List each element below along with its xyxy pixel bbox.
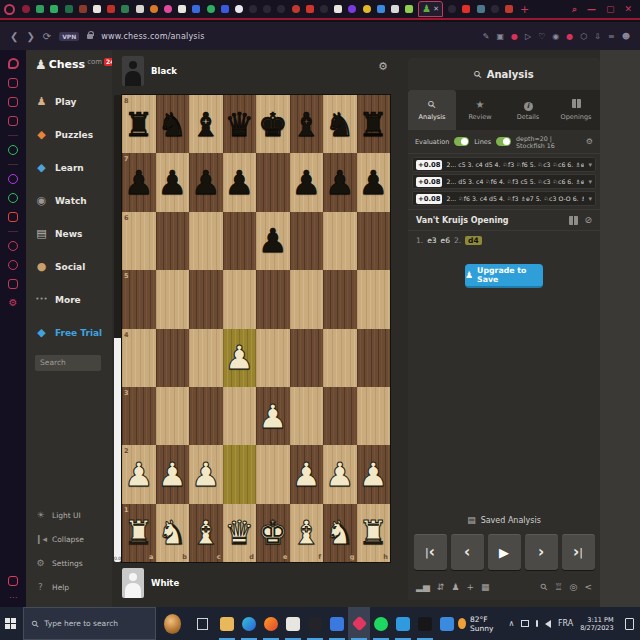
engine-line[interactable]: +0.082... c5 3. c4 d5 4. ♘f3 ♘f6 5. ♘c3 … — [412, 157, 596, 172]
sidebar-item-label: Watch — [55, 196, 87, 206]
language-indicator[interactable]: FRA — [558, 619, 573, 628]
page-right-margin — [600, 50, 640, 607]
sidebar-menu: ♟Play◆Puzzles◆Learn◉Watch▤News●Social•••… — [35, 85, 112, 349]
tab-search-icon[interactable]: ⌕ — [572, 4, 577, 15]
chevron-down-icon[interactable]: ▾ — [588, 195, 592, 203]
move-d4[interactable]: d4 — [465, 236, 482, 245]
flip-icon[interactable]: ⇵ — [437, 583, 445, 592]
board-square-c4[interactable] — [189, 329, 223, 387]
addressbar-icon[interactable]: ☻ — [622, 32, 630, 41]
board-square-f6[interactable] — [290, 212, 324, 270]
board-square-a7[interactable]: 7♟ — [122, 153, 156, 211]
addressbar-icon[interactable]: ✎ — [483, 32, 490, 41]
add-icon[interactable]: + — [466, 583, 474, 592]
black-knight-g8: ♞ — [325, 108, 355, 141]
address-bar: ❮ ❯ ⟳ VPN www.chess.com/analysis ✎▣●▷♡◉●… — [0, 22, 640, 50]
sidebar-item-play[interactable]: ♟Play — [35, 85, 112, 118]
engine-info: depth=20 | Stockfish 16⚙ — [516, 135, 593, 149]
board-square-f1[interactable]: f♝ — [290, 504, 324, 562]
taskbar-app-phone[interactable] — [304, 607, 326, 640]
pinned-tab[interactable] — [491, 5, 499, 13]
next-move-button[interactable]: › — [525, 534, 558, 570]
pinned-tab[interactable] — [121, 5, 129, 13]
maximize-button[interactable]: ▢ — [606, 4, 615, 14]
library-icon[interactable]: ♖ — [555, 583, 563, 592]
board-square-g3[interactable] — [323, 387, 357, 445]
board-square-h8[interactable]: ♜ — [357, 95, 391, 153]
pinned-tab[interactable] — [79, 5, 87, 13]
board-square-h7[interactable]: ♟ — [357, 153, 391, 211]
tab-details[interactable]: iDetails — [504, 90, 552, 130]
rank-label: 3 — [124, 389, 129, 397]
evaluation-value: 0.0 — [114, 556, 121, 561]
board-square-b8[interactable]: ♞ — [156, 95, 190, 153]
taskbar-app-spotify[interactable] — [370, 607, 392, 640]
task-view-button[interactable] — [197, 618, 208, 630]
addressbar-icon[interactable]: ⬡ — [580, 32, 587, 41]
sidebar-item-news[interactable]: ▤News — [35, 217, 112, 250]
player-top-row: Black — [122, 56, 177, 86]
board-square-g5[interactable] — [323, 270, 357, 328]
pinned-tab[interactable] — [348, 5, 356, 13]
upgrade-to-save-button[interactable]: ♟ Upgrade to Save — [465, 264, 543, 288]
black-rook-h8: ♜ — [358, 108, 388, 141]
board-square-f4[interactable] — [290, 329, 324, 387]
tab-analysis[interactable]: ⚲Analysis — [408, 90, 456, 130]
sidebar-item-watch[interactable]: ◉Watch — [35, 184, 112, 217]
board-square-b5[interactable] — [156, 270, 190, 328]
setup-icon[interactable]: ▦ — [481, 583, 490, 592]
line-moves: 2... ♘f6 3. c4 d5 4. ♘f3 ♗e7 5. ♘c3 O-O … — [446, 195, 584, 202]
board-square-g2[interactable]: ♟ — [323, 445, 357, 503]
phone-icon — [308, 617, 322, 631]
file-label: a — [149, 553, 153, 561]
sidebar-footer-collapse[interactable]: ❙◂Collapse — [35, 527, 112, 551]
board-square-f7[interactable]: ♟ — [290, 153, 324, 211]
browser-tab-strip: ♟ ✕ + ⌕—▢✕ — [0, 0, 640, 20]
rail-app-icon[interactable] — [8, 212, 18, 222]
addressbar-icon[interactable]: ● — [566, 32, 573, 41]
vscode-icon — [396, 617, 410, 631]
board-square-d8[interactable]: ♛ — [223, 95, 257, 153]
firefox-icon — [264, 617, 278, 631]
taskbar-app-security[interactable] — [436, 607, 458, 640]
board-square-g7[interactable]: ♟ — [323, 153, 357, 211]
rail-app-icon[interactable] — [8, 97, 18, 107]
footer-item-label: Light UI — [52, 511, 81, 520]
pinned-tab[interactable] — [363, 5, 371, 13]
saved-analysis-icon: ▤ — [467, 515, 476, 525]
board-square-e6[interactable]: ♟ — [256, 212, 290, 270]
addressbar-icon[interactable]: ◉ — [552, 32, 559, 41]
addressbar-icon[interactable]: ♡ — [538, 32, 545, 41]
pinned-tab[interactable] — [391, 5, 399, 13]
pinned-tab[interactable] — [448, 5, 456, 13]
saved-analysis-row[interactable]: ▤ Saved Analysis — [408, 510, 600, 530]
opening-row[interactable]: Van't Kruijs Opening ⊘ — [408, 209, 600, 231]
pinned-tab[interactable] — [505, 5, 513, 13]
cortana-icon[interactable] — [164, 614, 181, 634]
rail-app-icon[interactable] — [8, 576, 18, 586]
pinned-tab[interactable] — [22, 5, 30, 13]
board-square-e8[interactable]: ♚ — [256, 95, 290, 153]
board-square-b7[interactable]: ♟ — [156, 153, 190, 211]
taskbar-app-firefox[interactable] — [260, 607, 282, 640]
tab-close-icon[interactable]: ✕ — [433, 5, 439, 13]
rank-label: 5 — [124, 272, 129, 280]
pinned-tab[interactable] — [306, 5, 314, 13]
move-e3[interactable]: e3 — [427, 236, 436, 245]
opera-gx-icon — [351, 616, 367, 632]
rail-app-icon[interactable] — [8, 116, 18, 126]
board-square-h4[interactable] — [357, 329, 391, 387]
tab-label: Details — [517, 113, 540, 121]
rail-app-icon[interactable] — [8, 58, 19, 69]
board-square-d6[interactable] — [223, 212, 257, 270]
board-square-a1[interactable]: 1a♜ — [122, 504, 156, 562]
close-button[interactable]: ✕ — [624, 4, 632, 14]
addressbar-icon[interactable]: ▷ — [525, 32, 531, 41]
sidebar-item-label: Social — [55, 262, 85, 272]
board-square-d4[interactable]: ♟ — [223, 329, 257, 387]
lock-icon — [87, 34, 93, 39]
line-moves: 2... d5 3. c4 ♘f6 4. ♘f3 c5 5. ♘c3 ♘c6 6… — [446, 178, 584, 185]
line-eval-badge: +0.08 — [416, 177, 442, 187]
board-square-a3[interactable]: 3 — [122, 387, 156, 445]
sidebar-footer-light-ui[interactable]: ☀Light UI — [35, 503, 112, 527]
engine-line[interactable]: +0.082... ♘f6 3. c4 d5 4. ♘f3 ♗e7 5. ♘c3… — [412, 191, 596, 206]
black-player-avatar[interactable] — [122, 56, 144, 86]
board-square-h3[interactable] — [357, 387, 391, 445]
board-square-f2[interactable]: ♟ — [290, 445, 324, 503]
pinned-tab[interactable] — [192, 5, 200, 13]
board-square-h5[interactable] — [357, 270, 391, 328]
explorer-icon — [220, 617, 234, 631]
board-settings-gear-icon[interactable]: ⚙ — [378, 60, 388, 73]
analysis-magnifier-icon: ⚲ — [472, 68, 485, 81]
board-square-e7[interactable] — [256, 153, 290, 211]
chevron-down-icon[interactable]: ▾ — [588, 178, 592, 186]
white-pawn-g2: ♟ — [325, 458, 355, 491]
pinned-tab[interactable] — [136, 5, 144, 13]
back-icon[interactable]: ❮ — [10, 31, 18, 42]
pinned-tab[interactable] — [405, 5, 413, 13]
pinned-tab[interactable] — [334, 5, 342, 13]
engine-settings-gear-icon[interactable]: ⚙ — [586, 137, 593, 146]
board-square-d1[interactable]: d♛ — [223, 504, 257, 562]
white-pawn-e3: ♟ — [258, 400, 288, 433]
chesscom-sidebar: ♟ Chess com 24 ♟Play◆Puzzles◆Learn◉Watch… — [26, 50, 112, 607]
move-e6[interactable]: e6 — [441, 236, 450, 245]
pinned-tab[interactable] — [249, 5, 257, 13]
settings-icon: ⚙ — [35, 558, 46, 568]
board-square-g4[interactable] — [323, 329, 357, 387]
no-symbol-icon[interactable]: ⊘ — [584, 215, 592, 225]
pinned-tab[interactable] — [164, 5, 172, 13]
search-placeholder: Type here to search — [44, 619, 118, 628]
file-label: c — [217, 553, 221, 561]
white-pawn-h2: ♟ — [358, 458, 388, 491]
sidebar-item-label: More — [55, 295, 81, 305]
rail-settings-icon[interactable]: ⚙ — [9, 298, 18, 308]
taskbar-app-opera-gx[interactable] — [348, 607, 370, 640]
pinned-tab[interactable] — [292, 5, 300, 13]
move-navigation: |‹‹▶››| — [408, 530, 600, 574]
board-square-g6[interactable] — [323, 212, 357, 270]
black-pawn-h7: ♟ — [358, 166, 388, 199]
board-square-g8[interactable]: ♞ — [323, 95, 357, 153]
pieces-icon[interactable]: ♟ — [451, 583, 459, 592]
pinned-tab[interactable] — [36, 5, 44, 13]
taskbar-app-explorer[interactable] — [216, 607, 238, 640]
taskbar-app-edge[interactable] — [238, 607, 260, 640]
sidebar-item-more[interactable]: •••More — [35, 283, 112, 316]
board-square-h6[interactable] — [357, 212, 391, 270]
taskbar-search[interactable]: ⚲ Type here to search — [23, 607, 156, 640]
chesscom-logo[interactable]: ♟ Chess com 24 — [35, 58, 112, 71]
pinned-tab[interactable] — [178, 5, 186, 13]
board-square-h2[interactable]: ♟ — [357, 445, 391, 503]
evaluation-toggle[interactable] — [454, 137, 469, 146]
opera-gx-sidebar: ⚙⋯ — [0, 50, 26, 607]
white-bishop-f1: ♝ — [291, 516, 321, 549]
weather-text: 82°F Sunny — [470, 615, 502, 633]
sidebar-footer-settings[interactable]: ⚙Settings — [35, 551, 112, 575]
rail-app-icon[interactable] — [8, 279, 18, 289]
opening-icons: ⊘ — [569, 215, 592, 225]
upgrade-area: ♟ Upgrade to Save — [408, 247, 600, 305]
pinned-tab[interactable] — [377, 5, 385, 13]
board-square-c2[interactable]: ♟ — [189, 445, 223, 503]
board-square-d3[interactable] — [223, 387, 257, 445]
board-square-a2[interactable]: 2♟ — [122, 445, 156, 503]
blue-app-icon — [330, 617, 344, 631]
rank-label: 6 — [124, 214, 129, 222]
taskbar-tray: 82°F Sunny ∧ FRA 3:11 PM 8/27/2023 — [458, 615, 640, 633]
board-square-b1[interactable]: b♞ — [156, 504, 190, 562]
board-square-a4[interactable]: 4 — [122, 329, 156, 387]
rail-more-icon[interactable]: ⋯ — [9, 595, 17, 601]
board-square-c7[interactable]: ♟ — [189, 153, 223, 211]
upgrade-label: Upgrade to Save — [477, 266, 543, 284]
addressbar-icon[interactable]: ● — [511, 32, 518, 41]
rail-app-icon[interactable] — [8, 260, 18, 270]
taskbar-clock[interactable]: 3:11 PM 8/27/2023 — [580, 616, 613, 632]
engine-info-text: depth=20 | Stockfish 16 — [516, 135, 582, 149]
board-square-e2[interactable] — [256, 445, 290, 503]
sidebar-footer: ☀Light UI❙◂Collapse⚙Settings?Help — [35, 503, 112, 599]
white-rook-a1: ♜ — [124, 516, 154, 549]
black-player-name: Black — [151, 66, 177, 76]
rail-app-icon[interactable] — [8, 145, 18, 155]
sidebar-item-label: Puzzles — [55, 130, 93, 140]
sidebar-item-label: News — [55, 229, 82, 239]
board-square-b6[interactable] — [156, 212, 190, 270]
board-square-d5[interactable] — [223, 270, 257, 328]
file-label: e — [283, 553, 287, 561]
sidebar-item-learn[interactable]: ◆Learn — [35, 151, 112, 184]
rank-label: 7 — [124, 155, 129, 163]
pawn-hand-icon: ♟ — [35, 95, 48, 108]
board-square-b3[interactable] — [156, 387, 190, 445]
pinned-tab[interactable] — [65, 5, 73, 13]
board-square-d2[interactable] — [223, 445, 257, 503]
tray-monitor-icon[interactable] — [521, 620, 528, 627]
notification-center-icon[interactable] — [625, 618, 634, 630]
board-square-e1[interactable]: e♚ — [256, 504, 290, 562]
rail-app-icon[interactable] — [8, 241, 18, 251]
tray-speaker-icon[interactable] — [545, 620, 551, 628]
sidebar-item-social[interactable]: ●Social — [35, 250, 112, 283]
rank-label: 2 — [124, 447, 129, 455]
board-square-b4[interactable] — [156, 329, 190, 387]
board-square-e3[interactable]: ♟ — [256, 387, 290, 445]
pinned-tab[interactable] — [93, 5, 101, 13]
board-square-b2[interactable]: ♟ — [156, 445, 190, 503]
tab-openings[interactable]: Openings — [552, 90, 600, 130]
taskbar-app-vscode[interactable] — [392, 607, 414, 640]
tab-label: Analysis — [419, 113, 446, 121]
share-icon[interactable]: < — [584, 583, 592, 592]
logo-com: com — [87, 58, 102, 66]
opening-book-icon[interactable] — [569, 216, 578, 225]
saved-analysis-label: Saved Analysis — [481, 516, 541, 525]
new-tab-button[interactable]: + — [520, 3, 529, 16]
pinned-tab[interactable] — [107, 5, 115, 13]
pinned-tab[interactable] — [207, 5, 215, 13]
tray-microphone-icon[interactable] — [536, 620, 538, 627]
addressbar-icons: ✎▣●▷♡◉●⬡⇩≡☻ — [483, 32, 630, 41]
white-queen-d1: ♛ — [224, 516, 254, 549]
line-moves: 2... c5 3. c4 d5 4. ♘f3 ♘f6 5. ♘c3 ♘c6 6… — [446, 161, 584, 168]
opening-name: Van't Kruijs Opening — [416, 216, 509, 225]
pinned-tab[interactable] — [150, 5, 158, 13]
board-square-a8[interactable]: 8♜ — [122, 95, 156, 153]
zoom-icon[interactable]: ⚲ — [539, 581, 550, 592]
tab-review[interactable]: ★Review — [456, 90, 504, 130]
white-knight-b1: ♞ — [157, 516, 187, 549]
pinned-tab[interactable] — [462, 5, 470, 13]
url-text[interactable]: www.chess.com/analysis — [101, 32, 204, 41]
prev-move-button[interactable]: ‹ — [451, 534, 484, 570]
board-square-a5[interactable]: 5 — [122, 270, 156, 328]
star-icon: ★ — [476, 99, 485, 110]
learn-icon: ◆ — [35, 161, 48, 174]
active-tab-chesscom[interactable]: ♟ ✕ — [418, 1, 443, 17]
sidebar-footer-help[interactable]: ?Help — [35, 575, 112, 599]
pinned-tab[interactable] — [235, 5, 243, 13]
start-button[interactable] — [0, 607, 23, 640]
news-icon: ▤ — [35, 227, 48, 240]
board-square-g1[interactable]: g♞ — [323, 504, 357, 562]
footer-item-label: Help — [52, 583, 69, 592]
forward-icon[interactable]: ❯ — [26, 31, 34, 42]
board-square-c3[interactable] — [189, 387, 223, 445]
pinned-tab[interactable] — [320, 5, 328, 13]
light-ui-icon: ☀ — [35, 510, 46, 520]
white-pawn-f2: ♟ — [291, 458, 321, 491]
addressbar-icon[interactable]: ⇩ — [594, 32, 601, 41]
white-player-avatar[interactable] — [122, 568, 144, 598]
addressbar-icon[interactable]: ▣ — [496, 32, 504, 41]
weather-widget[interactable]: 82°F Sunny — [458, 615, 502, 633]
file-label: b — [182, 553, 187, 561]
opera-logo-icon[interactable] — [4, 4, 15, 15]
board-square-e4[interactable] — [256, 329, 290, 387]
play-move-button[interactable]: ▶ — [488, 534, 521, 570]
chevron-down-icon[interactable]: ▾ — [588, 161, 592, 169]
pinned-tab[interactable] — [221, 5, 229, 13]
pinned-tab[interactable] — [477, 5, 485, 13]
pinned-tab[interactable] — [50, 5, 58, 13]
minimize-button[interactable]: — — [587, 4, 596, 14]
board-square-f3[interactable] — [290, 387, 324, 445]
board-square-a6[interactable]: 6 — [122, 212, 156, 270]
board-square-f8[interactable]: ♝ — [290, 95, 324, 153]
rail-app-icon[interactable] — [8, 193, 18, 203]
white-bishop-c1: ♝ — [191, 516, 221, 549]
security-icon — [440, 617, 454, 631]
rail-app-icon[interactable] — [8, 78, 18, 88]
sidebar-search-input[interactable]: Search — [35, 355, 101, 371]
first-move-button[interactable]: |‹ — [414, 534, 447, 570]
window-controls: ⌕—▢✕ — [572, 4, 640, 15]
sidebar-item-free-trial[interactable]: ◆Free Trial — [35, 316, 112, 349]
board-square-h1[interactable]: h♜ — [357, 504, 391, 562]
vpn-badge[interactable]: VPN — [59, 32, 79, 41]
lines-toggle[interactable] — [496, 137, 511, 146]
clock-time: 3:11 PM — [580, 616, 613, 624]
tray-expand-icon[interactable]: ∧ — [509, 619, 515, 628]
pinned-tab[interactable] — [277, 5, 285, 13]
board-square-c5[interactable] — [189, 270, 223, 328]
black-king-e8: ♚ — [258, 108, 288, 141]
taskbar-app-white-app[interactable] — [282, 607, 304, 640]
board-square-c1[interactable]: c♝ — [189, 504, 223, 562]
sidebar-item-label: Learn — [55, 163, 84, 173]
rank-label: 4 — [124, 331, 129, 339]
board-square-f5[interactable] — [290, 270, 324, 328]
move-number: 2. — [454, 236, 461, 245]
reload-icon[interactable]: ⟳ — [43, 31, 51, 42]
engine-line[interactable]: +0.082... d5 3. c4 ♘f6 4. ♘f3 c5 5. ♘c3 … — [412, 174, 596, 189]
evaluation-bar: 0.0 — [114, 95, 121, 562]
black-pawn-a7: ♟ — [124, 166, 154, 199]
addressbar-icon[interactable]: ≡ — [608, 32, 615, 41]
rail-app-icon[interactable] — [8, 174, 18, 184]
board-square-c6[interactable] — [189, 212, 223, 270]
clock-date: 8/27/2023 — [580, 624, 613, 632]
board-square-c8[interactable]: ♝ — [189, 95, 223, 153]
line-eval-badge: +0.08 — [416, 160, 442, 170]
taskbar-app-blue-app[interactable] — [326, 607, 348, 640]
rank-label: 8 — [124, 97, 129, 105]
white-pawn-a2: ♟ — [124, 458, 154, 491]
tab-label: Openings — [561, 113, 592, 121]
last-move-button[interactable]: ›| — [562, 534, 595, 570]
pinned-tab[interactable] — [263, 5, 271, 13]
chart-icon[interactable]: ▂▅ — [416, 583, 430, 592]
sidebar-item-puzzles[interactable]: ◆Puzzles — [35, 118, 112, 151]
footer-item-label: Collapse — [52, 535, 84, 544]
white-rook-h1: ♜ — [358, 516, 388, 549]
board-square-d7[interactable]: ♟ — [223, 153, 257, 211]
binoculars-icon: ◉ — [35, 194, 48, 207]
taskbar-app-terminal[interactable] — [414, 607, 436, 640]
board-square-e5[interactable] — [256, 270, 290, 328]
record-icon[interactable]: ◎ — [570, 583, 578, 592]
edge-icon — [242, 617, 256, 631]
